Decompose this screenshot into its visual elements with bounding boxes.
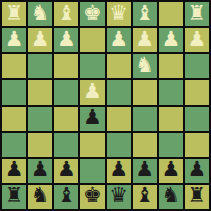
square-f5[interactable]: [54, 107, 78, 131]
piece-black-bishop[interactable]: ♝: [57, 185, 76, 206]
square-e5[interactable]: ♟: [80, 107, 104, 131]
piece-white-pawn[interactable]: ♟: [5, 29, 24, 50]
square-d5[interactable]: [107, 107, 131, 131]
square-h8[interactable]: ♜: [2, 185, 26, 209]
square-e1[interactable]: ♚: [80, 2, 104, 26]
piece-black-knight[interactable]: ♞: [31, 185, 50, 206]
piece-black-bishop[interactable]: ♝: [135, 185, 154, 206]
piece-black-queen[interactable]: ♛: [109, 185, 128, 206]
square-f1[interactable]: ♝: [54, 2, 78, 26]
square-b2[interactable]: ♟: [159, 28, 183, 52]
piece-black-pawn[interactable]: ♟: [31, 159, 50, 180]
square-d6[interactable]: [107, 133, 131, 157]
piece-black-pawn[interactable]: ♟: [109, 159, 128, 180]
square-d7[interactable]: ♟: [107, 159, 131, 183]
piece-white-pawn[interactable]: ♟: [161, 29, 180, 50]
square-h1[interactable]: ♜: [2, 2, 26, 26]
square-g5[interactable]: [28, 107, 52, 131]
square-g1[interactable]: ♞: [28, 2, 52, 26]
square-f3[interactable]: [54, 54, 78, 78]
square-b8[interactable]: ♞: [159, 185, 183, 209]
piece-black-pawn[interactable]: ♟: [83, 107, 102, 128]
square-c1[interactable]: ♝: [133, 2, 157, 26]
piece-white-rook[interactable]: ♜: [188, 3, 207, 24]
square-h5[interactable]: [2, 107, 26, 131]
piece-white-pawn[interactable]: ♟: [135, 29, 154, 50]
square-b4[interactable]: [159, 80, 183, 104]
square-d8[interactable]: ♛: [107, 185, 131, 209]
square-e4[interactable]: ♟: [80, 80, 104, 104]
piece-white-pawn[interactable]: ♟: [31, 29, 50, 50]
piece-white-pawn[interactable]: ♟: [109, 29, 128, 50]
square-c3[interactable]: ♞: [133, 54, 157, 78]
square-a7[interactable]: ♟: [185, 159, 209, 183]
square-g4[interactable]: [28, 80, 52, 104]
square-c2[interactable]: ♟: [133, 28, 157, 52]
piece-black-pawn[interactable]: ♟: [188, 159, 207, 180]
piece-white-pawn[interactable]: ♟: [57, 29, 76, 50]
square-c8[interactable]: ♝: [133, 185, 157, 209]
piece-white-king[interactable]: ♚: [83, 3, 102, 24]
square-c6[interactable]: [133, 133, 157, 157]
square-b7[interactable]: ♟: [159, 159, 183, 183]
piece-black-pawn[interactable]: ♟: [135, 159, 154, 180]
piece-white-rook[interactable]: ♜: [5, 3, 24, 24]
piece-white-pawn[interactable]: ♟: [83, 81, 102, 102]
piece-white-pawn[interactable]: ♟: [188, 29, 207, 50]
square-h3[interactable]: [2, 54, 26, 78]
piece-black-pawn[interactable]: ♟: [161, 159, 180, 180]
square-a2[interactable]: ♟: [185, 28, 209, 52]
square-e7[interactable]: [80, 159, 104, 183]
square-f8[interactable]: ♝: [54, 185, 78, 209]
square-g8[interactable]: ♞: [28, 185, 52, 209]
chess-board-container: ♜♞♝♚♛♝♜♟♟♟♟♟♟♟♞♟♟♟♟♟♟♟♟♟♜♞♝♚♛♝♞♜: [0, 0, 211, 211]
piece-black-rook[interactable]: ♜: [188, 185, 207, 206]
square-c5[interactable]: [133, 107, 157, 131]
square-c4[interactable]: [133, 80, 157, 104]
square-c7[interactable]: ♟: [133, 159, 157, 183]
square-a6[interactable]: [185, 133, 209, 157]
piece-black-pawn[interactable]: ♟: [5, 159, 24, 180]
square-b3[interactable]: [159, 54, 183, 78]
square-a1[interactable]: ♜: [185, 2, 209, 26]
square-f4[interactable]: [54, 80, 78, 104]
square-a5[interactable]: [185, 107, 209, 131]
square-e8[interactable]: ♚: [80, 185, 104, 209]
square-d2[interactable]: ♟: [107, 28, 131, 52]
square-f7[interactable]: ♟: [54, 159, 78, 183]
piece-white-knight[interactable]: ♞: [31, 3, 50, 24]
square-e2[interactable]: [80, 28, 104, 52]
square-h4[interactable]: [2, 80, 26, 104]
piece-white-knight[interactable]: ♞: [135, 55, 154, 76]
square-b5[interactable]: [159, 107, 183, 131]
square-a3[interactable]: [185, 54, 209, 78]
square-d1[interactable]: ♛: [107, 2, 131, 26]
square-d3[interactable]: [107, 54, 131, 78]
square-e6[interactable]: [80, 133, 104, 157]
square-h2[interactable]: ♟: [2, 28, 26, 52]
piece-black-king[interactable]: ♚: [83, 185, 102, 206]
square-d4[interactable]: [107, 80, 131, 104]
square-h6[interactable]: [2, 133, 26, 157]
square-f2[interactable]: ♟: [54, 28, 78, 52]
piece-white-bishop[interactable]: ♝: [57, 3, 76, 24]
chess-board: ♜♞♝♚♛♝♜♟♟♟♟♟♟♟♞♟♟♟♟♟♟♟♟♟♜♞♝♚♛♝♞♜: [0, 0, 211, 211]
piece-black-rook[interactable]: ♜: [5, 185, 24, 206]
piece-white-queen[interactable]: ♛: [109, 3, 128, 24]
square-b6[interactable]: [159, 133, 183, 157]
square-h7[interactable]: ♟: [2, 159, 26, 183]
square-g6[interactable]: [28, 133, 52, 157]
piece-black-pawn[interactable]: ♟: [57, 159, 76, 180]
square-a4[interactable]: [185, 80, 209, 104]
square-b1[interactable]: [159, 2, 183, 26]
square-g3[interactable]: [28, 54, 52, 78]
square-g2[interactable]: ♟: [28, 28, 52, 52]
piece-black-knight[interactable]: ♞: [161, 185, 180, 206]
square-a8[interactable]: ♜: [185, 185, 209, 209]
piece-white-bishop[interactable]: ♝: [135, 3, 154, 24]
square-g7[interactable]: ♟: [28, 159, 52, 183]
square-e3[interactable]: [80, 54, 104, 78]
square-f6[interactable]: [54, 133, 78, 157]
